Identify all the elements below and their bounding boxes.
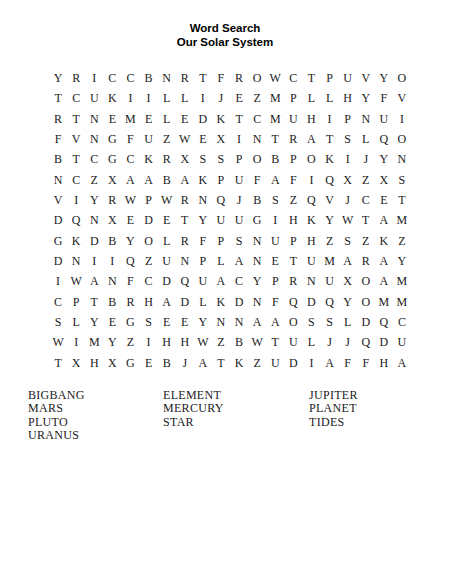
- grid-cell: L: [158, 109, 176, 129]
- letter-grid: YRICCBNRTFROWCTPUVYOTCUKIILLIJEZMPLLHYFV…: [49, 68, 411, 373]
- grid-cell: T: [67, 109, 85, 129]
- grid-cell: C: [140, 271, 158, 291]
- grid-cell: V: [49, 190, 67, 210]
- grid-cell: K: [140, 149, 158, 169]
- grid-cell: A: [194, 353, 212, 373]
- grid-cell: I: [140, 332, 158, 352]
- grid-cell: Z: [357, 170, 375, 190]
- grid-cell: U: [393, 332, 411, 352]
- grid-cell: G: [121, 353, 139, 373]
- worksheet-page: Word Search Our Solar System YRICCBNRTFR…: [0, 0, 450, 582]
- word-item-tides: TIDES: [309, 416, 358, 429]
- grid-cell: A: [321, 353, 339, 373]
- word-list-column-1: BIGBANG MARS PLUTO URANUS: [28, 389, 85, 442]
- grid-cell: A: [375, 210, 393, 230]
- grid-cell: R: [230, 68, 248, 88]
- grid-cell: U: [266, 353, 284, 373]
- grid-cell: E: [176, 109, 194, 129]
- grid-cell: P: [339, 109, 357, 129]
- grid-cell: P: [194, 251, 212, 271]
- grid-cell: I: [302, 353, 320, 373]
- grid-cell: L: [339, 312, 357, 332]
- grid-cell: X: [375, 170, 393, 190]
- puzzle-title: Word Search Our Solar System: [0, 22, 450, 49]
- grid-cell: I: [302, 170, 320, 190]
- grid-cell: L: [212, 251, 230, 271]
- grid-cell: J: [357, 149, 375, 169]
- grid-cell: A: [375, 271, 393, 291]
- grid-cell: D: [85, 231, 103, 251]
- grid-cell: C: [393, 312, 411, 332]
- grid-cell: J: [339, 190, 357, 210]
- grid-cell: T: [176, 210, 194, 230]
- grid-cell: U: [140, 129, 158, 149]
- grid-cell: B: [266, 149, 284, 169]
- grid-cell: V: [357, 68, 375, 88]
- grid-cell: B: [248, 190, 266, 210]
- grid-cell: F: [248, 170, 266, 190]
- grid-cell: I: [67, 190, 85, 210]
- grid-cell: W: [266, 68, 284, 88]
- grid-cell: X: [176, 149, 194, 169]
- grid-cell: Y: [357, 88, 375, 108]
- grid-cell: U: [266, 231, 284, 251]
- grid-cell: Y: [121, 231, 139, 251]
- grid-cell: Z: [321, 231, 339, 251]
- grid-cell: Z: [248, 88, 266, 108]
- grid-cell: B: [140, 68, 158, 88]
- grid-cell: I: [103, 251, 121, 271]
- grid-cell: O: [140, 231, 158, 251]
- grid-cell: B: [49, 149, 67, 169]
- grid-cell: D: [302, 292, 320, 312]
- grid-cell: Z: [158, 129, 176, 149]
- grid-cell: L: [357, 129, 375, 149]
- grid-cell: E: [158, 210, 176, 230]
- grid-cell: T: [393, 190, 411, 210]
- grid-cell: M: [375, 292, 393, 312]
- grid-cell: D: [176, 292, 194, 312]
- grid-cell: Y: [248, 271, 266, 291]
- grid-cell: N: [248, 129, 266, 149]
- grid-cell: V: [393, 88, 411, 108]
- grid-cell: C: [49, 292, 67, 312]
- grid-cell: Q: [121, 251, 139, 271]
- grid-cell: P: [212, 170, 230, 190]
- grid-cell: D: [194, 109, 212, 129]
- grid-cell: H: [85, 353, 103, 373]
- grid-cell: U: [158, 251, 176, 271]
- grid-cell: Y: [393, 251, 411, 271]
- grid-cell: X: [103, 353, 121, 373]
- grid-cell: W: [176, 129, 194, 149]
- grid-cell: R: [357, 251, 375, 271]
- grid-cell: B: [103, 231, 121, 251]
- grid-cell: I: [339, 149, 357, 169]
- grid-cell: Y: [375, 68, 393, 88]
- grid-cell: K: [212, 292, 230, 312]
- grid-cell: U: [284, 109, 302, 129]
- grid-cell: P: [284, 88, 302, 108]
- grid-cell: D: [49, 210, 67, 230]
- grid-cell: T: [194, 68, 212, 88]
- grid-cell: W: [194, 332, 212, 352]
- grid-cell: K: [302, 210, 320, 230]
- grid-cell: M: [266, 88, 284, 108]
- grid-cell: A: [85, 271, 103, 291]
- word-item-pluto: PLUTO: [28, 416, 85, 429]
- grid-cell: Q: [375, 312, 393, 332]
- grid-cell: A: [266, 170, 284, 190]
- grid-cell: L: [158, 88, 176, 108]
- grid-cell: I: [67, 332, 85, 352]
- grid-cell: K: [321, 149, 339, 169]
- grid-cell: N: [393, 149, 411, 169]
- word-item-jupiter: JUPITER: [309, 389, 358, 402]
- grid-cell: G: [49, 231, 67, 251]
- grid-cell: T: [85, 292, 103, 312]
- grid-cell: O: [284, 312, 302, 332]
- grid-cell: N: [194, 190, 212, 210]
- grid-cell: U: [230, 210, 248, 230]
- grid-cell: L: [67, 312, 85, 332]
- grid-cell: J: [339, 332, 357, 352]
- grid-cell: E: [158, 312, 176, 332]
- grid-cell: S: [339, 231, 357, 251]
- grid-cell: Y: [339, 292, 357, 312]
- grid-cell: Y: [194, 210, 212, 230]
- grid-cell: S: [393, 170, 411, 190]
- grid-cell: A: [158, 292, 176, 312]
- grid-cell: C: [121, 149, 139, 169]
- grid-cell: U: [85, 88, 103, 108]
- grid-cell: R: [67, 68, 85, 88]
- grid-cell: I: [194, 88, 212, 108]
- grid-cell: P: [284, 231, 302, 251]
- grid-cell: O: [248, 149, 266, 169]
- grid-cell: O: [393, 68, 411, 88]
- grid-cell: L: [321, 88, 339, 108]
- grid-cell: Q: [357, 332, 375, 352]
- grid-cell: P: [321, 68, 339, 88]
- grid-cell: I: [85, 68, 103, 88]
- grid-cell: Q: [375, 129, 393, 149]
- grid-cell: N: [230, 312, 248, 332]
- grid-cell: M: [266, 109, 284, 129]
- word-item-uranus: URANUS: [28, 429, 85, 442]
- grid-cell: G: [103, 129, 121, 149]
- grid-cell: Y: [321, 210, 339, 230]
- grid-cell: Q: [321, 170, 339, 190]
- grid-cell: C: [67, 170, 85, 190]
- grid-cell: A: [140, 170, 158, 190]
- grid-cell: L: [302, 332, 320, 352]
- grid-cell: E: [103, 109, 121, 129]
- grid-cell: A: [266, 312, 284, 332]
- grid-cell: W: [339, 210, 357, 230]
- grid-cell: J: [176, 353, 194, 373]
- grid-cell: N: [212, 312, 230, 332]
- grid-cell: K: [230, 353, 248, 373]
- grid-cell: B: [103, 292, 121, 312]
- grid-cell: S: [302, 312, 320, 332]
- grid-cell: H: [302, 109, 320, 129]
- grid-cell: R: [121, 292, 139, 312]
- grid-cell: N: [248, 231, 266, 251]
- grid-cell: D: [158, 271, 176, 291]
- grid-cell: I: [321, 109, 339, 129]
- grid-cell: Z: [357, 231, 375, 251]
- grid-cell: O: [357, 292, 375, 312]
- grid-cell: B: [158, 353, 176, 373]
- grid-cell: Q: [302, 190, 320, 210]
- grid-cell: E: [121, 210, 139, 230]
- grid-cell: E: [266, 251, 284, 271]
- grid-cell: U: [284, 332, 302, 352]
- grid-cell: W: [248, 332, 266, 352]
- grid-cell: N: [176, 251, 194, 271]
- grid-cell: D: [375, 332, 393, 352]
- grid-cell: C: [230, 271, 248, 291]
- grid-cell: T: [230, 109, 248, 129]
- grid-cell: T: [67, 149, 85, 169]
- grid-cell: M: [321, 251, 339, 271]
- grid-cell: R: [284, 271, 302, 291]
- grid-cell: N: [67, 251, 85, 271]
- grid-cell: E: [176, 312, 194, 332]
- grid-cell: H: [339, 88, 357, 108]
- grid-cell: W: [158, 190, 176, 210]
- grid-cell: I: [121, 88, 139, 108]
- grid-cell: I: [266, 210, 284, 230]
- grid-cell: E: [375, 190, 393, 210]
- grid-cell: Z: [212, 332, 230, 352]
- grid-cell: Q: [321, 292, 339, 312]
- grid-cell: M: [121, 109, 139, 129]
- grid-cell: P: [230, 149, 248, 169]
- grid-cell: S: [339, 129, 357, 149]
- grid-cell: I: [49, 271, 67, 291]
- grid-cell: R: [176, 231, 194, 251]
- grid-cell: R: [176, 190, 194, 210]
- grid-cell: Y: [103, 332, 121, 352]
- grid-cell: X: [103, 210, 121, 230]
- grid-cell: M: [393, 292, 411, 312]
- grid-cell: J: [212, 88, 230, 108]
- grid-cell: R: [49, 109, 67, 129]
- grid-cell: A: [230, 251, 248, 271]
- grid-cell: F: [284, 170, 302, 190]
- grid-cell: O: [302, 149, 320, 169]
- grid-cell: Y: [194, 312, 212, 332]
- grid-cell: U: [375, 109, 393, 129]
- grid-cell: F: [357, 353, 375, 373]
- grid-cell: A: [339, 251, 357, 271]
- grid-cell: E: [103, 312, 121, 332]
- grid-cell: R: [158, 149, 176, 169]
- grid-cell: K: [212, 109, 230, 129]
- grid-cell: F: [121, 129, 139, 149]
- grid-cell: G: [121, 312, 139, 332]
- puzzle-title-line1: Word Search: [0, 22, 450, 36]
- grid-cell: N: [85, 129, 103, 149]
- grid-cell: F: [266, 292, 284, 312]
- grid-cell: I: [140, 88, 158, 108]
- grid-cell: Z: [85, 170, 103, 190]
- grid-cell: Y: [49, 68, 67, 88]
- grid-cell: K: [103, 88, 121, 108]
- grid-cell: R: [284, 129, 302, 149]
- word-list-column-2: ELEMENT MERCURY STAR: [163, 389, 224, 429]
- grid-cell: J: [230, 190, 248, 210]
- grid-cell: Z: [284, 190, 302, 210]
- grid-cell: F: [339, 353, 357, 373]
- grid-cell: U: [321, 271, 339, 291]
- grid-cell: U: [212, 210, 230, 230]
- grid-cell: C: [121, 68, 139, 88]
- grid-cell: W: [67, 271, 85, 291]
- grid-cell: G: [103, 149, 121, 169]
- grid-cell: L: [302, 88, 320, 108]
- word-item-star: STAR: [163, 416, 224, 429]
- grid-cell: J: [321, 332, 339, 352]
- grid-cell: L: [176, 88, 194, 108]
- grid-cell: H: [140, 292, 158, 312]
- word-list: BIGBANG MARS PLUTO URANUS ELEMENT MERCUR…: [0, 389, 450, 449]
- word-item-mars: MARS: [28, 402, 85, 415]
- grid-cell: Y: [85, 190, 103, 210]
- grid-cell: O: [357, 271, 375, 291]
- grid-cell: V: [67, 129, 85, 149]
- grid-cell: A: [393, 353, 411, 373]
- grid-cell: Q: [176, 271, 194, 291]
- grid-cell: N: [248, 292, 266, 312]
- grid-cell: E: [230, 88, 248, 108]
- grid-cell: C: [67, 88, 85, 108]
- grid-cell: R: [176, 68, 194, 88]
- grid-cell: Z: [140, 251, 158, 271]
- grid-cell: T: [266, 332, 284, 352]
- grid-cell: M: [85, 332, 103, 352]
- grid-cell: D: [140, 210, 158, 230]
- grid-cell: C: [85, 149, 103, 169]
- grid-cell: T: [357, 210, 375, 230]
- grid-cell: I: [230, 129, 248, 149]
- grid-cell: N: [103, 271, 121, 291]
- grid-cell: I: [85, 251, 103, 271]
- word-item-planet: PLANET: [309, 402, 358, 415]
- grid-cell: T: [302, 68, 320, 88]
- grid-cell: K: [194, 170, 212, 190]
- grid-cell: L: [194, 292, 212, 312]
- grid-cell: P: [140, 190, 158, 210]
- grid-cell: U: [302, 251, 320, 271]
- word-item-bigbang: BIGBANG: [28, 389, 85, 402]
- word-item-element: ELEMENT: [163, 389, 224, 402]
- grid-cell: X: [103, 170, 121, 190]
- grid-cell: Q: [67, 210, 85, 230]
- grid-cell: S: [140, 312, 158, 332]
- grid-cell: U: [194, 271, 212, 291]
- grid-cell: T: [49, 88, 67, 108]
- grid-cell: P: [212, 231, 230, 251]
- grid-cell: T: [321, 129, 339, 149]
- grid-cell: H: [375, 353, 393, 373]
- grid-cell: O: [248, 68, 266, 88]
- grid-cell: H: [176, 332, 194, 352]
- grid-cell: U: [230, 170, 248, 190]
- grid-cell: Z: [248, 353, 266, 373]
- grid-cell: O: [393, 129, 411, 149]
- grid-cell: L: [158, 231, 176, 251]
- grid-cell: W: [49, 332, 67, 352]
- grid-cell: S: [321, 312, 339, 332]
- grid-cell: S: [194, 149, 212, 169]
- grid-cell: A: [176, 170, 194, 190]
- grid-cell: X: [339, 271, 357, 291]
- grid-cell: H: [302, 231, 320, 251]
- grid-cell: K: [375, 231, 393, 251]
- grid-cell: A: [302, 129, 320, 149]
- grid-cell: T: [212, 353, 230, 373]
- grid-cell: Q: [284, 292, 302, 312]
- grid-cell: G: [248, 210, 266, 230]
- grid-cell: C: [103, 68, 121, 88]
- grid-cell: D: [49, 251, 67, 271]
- grid-cell: Y: [85, 312, 103, 332]
- grid-cell: M: [393, 271, 411, 291]
- grid-cell: U: [339, 68, 357, 88]
- grid-cell: Q: [212, 190, 230, 210]
- grid-cell: X: [212, 129, 230, 149]
- grid-cell: F: [212, 68, 230, 88]
- grid-cell: B: [158, 170, 176, 190]
- word-item-mercury: MERCURY: [163, 402, 224, 415]
- grid-cell: S: [212, 149, 230, 169]
- grid-cell: N: [85, 109, 103, 129]
- grid-cell: D: [230, 292, 248, 312]
- grid-cell: P: [284, 149, 302, 169]
- puzzle-title-line2: Our Solar System: [0, 36, 450, 50]
- grid-cell: T: [266, 129, 284, 149]
- grid-cell: S: [49, 312, 67, 332]
- grid-cell: E: [140, 353, 158, 373]
- grid-cell: V: [321, 190, 339, 210]
- grid-cell: A: [121, 170, 139, 190]
- grid-cell: N: [357, 109, 375, 129]
- grid-cell: F: [49, 129, 67, 149]
- grid-cell: C: [248, 109, 266, 129]
- grid-cell: P: [266, 271, 284, 291]
- grid-cell: T: [284, 251, 302, 271]
- grid-cell: N: [302, 271, 320, 291]
- grid-cell: A: [375, 251, 393, 271]
- grid-cell: H: [284, 210, 302, 230]
- grid-cell: X: [339, 170, 357, 190]
- grid-cell: Y: [375, 149, 393, 169]
- grid-cell: F: [194, 231, 212, 251]
- grid-cell: S: [230, 231, 248, 251]
- grid-cell: E: [194, 129, 212, 149]
- grid-cell: P: [67, 292, 85, 312]
- grid-cell: S: [266, 190, 284, 210]
- grid-cell: F: [121, 271, 139, 291]
- grid-cell: N: [248, 251, 266, 271]
- grid-cell: N: [85, 210, 103, 230]
- grid-cell: N: [158, 68, 176, 88]
- grid-cell: N: [49, 170, 67, 190]
- grid-cell: F: [375, 88, 393, 108]
